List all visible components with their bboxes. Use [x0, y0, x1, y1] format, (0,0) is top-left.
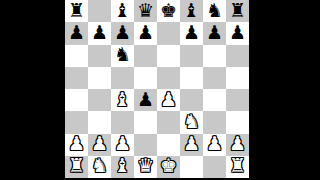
square-h1[interactable]: ♜	[226, 156, 249, 178]
piece-black-queen[interactable]: ♛	[137, 1, 154, 20]
piece-white-king[interactable]: ♚	[160, 156, 177, 175]
square-b4[interactable]	[88, 89, 111, 111]
square-c5[interactable]	[111, 67, 134, 89]
square-f2[interactable]: ♟	[180, 134, 203, 156]
square-d3[interactable]	[134, 111, 157, 133]
square-a5[interactable]	[65, 67, 88, 89]
piece-black-pawn[interactable]: ♟	[137, 23, 154, 42]
piece-black-pawn[interactable]: ♟	[114, 23, 131, 42]
square-c6[interactable]: ♞	[111, 45, 134, 67]
square-b8[interactable]	[88, 0, 111, 22]
square-h8[interactable]: ♜	[226, 0, 249, 22]
square-g2[interactable]: ♟	[203, 134, 226, 156]
chess-board: ♜♝♛♚♝♞♜♟♟♟♟♟♟♟♞♝♟♟♞♟♟♟♟♟♟♜♞♝♛♚♜	[65, 0, 249, 178]
square-f1[interactable]	[180, 156, 203, 178]
square-e5[interactable]	[157, 67, 180, 89]
square-d2[interactable]	[134, 134, 157, 156]
square-f5[interactable]	[180, 67, 203, 89]
square-f3[interactable]: ♞	[180, 111, 203, 133]
square-a6[interactable]	[65, 45, 88, 67]
square-g7[interactable]: ♟	[203, 22, 226, 44]
piece-white-pawn[interactable]: ♟	[68, 134, 85, 153]
canvas-background: ♜♝♛♚♝♞♜♟♟♟♟♟♟♟♞♝♟♟♞♟♟♟♟♟♟♜♞♝♛♚♜	[0, 0, 320, 180]
piece-white-queen[interactable]: ♛	[137, 156, 154, 175]
piece-black-pawn[interactable]: ♟	[206, 23, 223, 42]
piece-white-rook[interactable]: ♜	[68, 156, 85, 175]
square-f6[interactable]	[180, 45, 203, 67]
square-g4[interactable]	[203, 89, 226, 111]
piece-white-pawn[interactable]: ♟	[160, 90, 177, 109]
square-f8[interactable]: ♝	[180, 0, 203, 22]
piece-black-pawn[interactable]: ♟	[91, 23, 108, 42]
square-h6[interactable]	[226, 45, 249, 67]
square-a1[interactable]: ♜	[65, 156, 88, 178]
square-f7[interactable]: ♟	[180, 22, 203, 44]
square-h3[interactable]	[226, 111, 249, 133]
square-e6[interactable]	[157, 45, 180, 67]
square-a2[interactable]: ♟	[65, 134, 88, 156]
square-d6[interactable]	[134, 45, 157, 67]
square-f4[interactable]	[180, 89, 203, 111]
square-g1[interactable]	[203, 156, 226, 178]
square-g3[interactable]	[203, 111, 226, 133]
piece-black-pawn[interactable]: ♟	[68, 23, 85, 42]
square-c7[interactable]: ♟	[111, 22, 134, 44]
square-e2[interactable]	[157, 134, 180, 156]
square-e4[interactable]: ♟	[157, 89, 180, 111]
piece-white-pawn[interactable]: ♟	[229, 134, 246, 153]
square-d8[interactable]: ♛	[134, 0, 157, 22]
piece-black-knight[interactable]: ♞	[114, 45, 131, 64]
piece-white-bishop[interactable]: ♝	[114, 156, 131, 175]
square-a4[interactable]	[65, 89, 88, 111]
square-d7[interactable]: ♟	[134, 22, 157, 44]
square-a7[interactable]: ♟	[65, 22, 88, 44]
piece-black-knight[interactable]: ♞	[206, 1, 223, 20]
square-b5[interactable]	[88, 67, 111, 89]
piece-white-knight[interactable]: ♞	[91, 156, 108, 175]
square-b1[interactable]: ♞	[88, 156, 111, 178]
square-e7[interactable]	[157, 22, 180, 44]
piece-white-bishop[interactable]: ♝	[114, 90, 131, 109]
piece-black-pawn[interactable]: ♟	[137, 90, 154, 109]
piece-white-pawn[interactable]: ♟	[114, 134, 131, 153]
square-g5[interactable]	[203, 67, 226, 89]
piece-black-pawn[interactable]: ♟	[229, 23, 246, 42]
square-h5[interactable]	[226, 67, 249, 89]
square-e3[interactable]	[157, 111, 180, 133]
square-c4[interactable]: ♝	[111, 89, 134, 111]
square-d1[interactable]: ♛	[134, 156, 157, 178]
square-d5[interactable]	[134, 67, 157, 89]
square-g6[interactable]	[203, 45, 226, 67]
square-h2[interactable]: ♟	[226, 134, 249, 156]
piece-black-king[interactable]: ♚	[160, 1, 177, 20]
square-d4[interactable]: ♟	[134, 89, 157, 111]
piece-white-knight[interactable]: ♞	[183, 112, 200, 131]
piece-white-pawn[interactable]: ♟	[206, 134, 223, 153]
square-c3[interactable]	[111, 111, 134, 133]
square-b2[interactable]: ♟	[88, 134, 111, 156]
piece-black-bishop[interactable]: ♝	[183, 1, 200, 20]
square-b3[interactable]	[88, 111, 111, 133]
piece-black-rook[interactable]: ♜	[229, 1, 246, 20]
square-h4[interactable]	[226, 89, 249, 111]
piece-black-pawn[interactable]: ♟	[183, 23, 200, 42]
square-h7[interactable]: ♟	[226, 22, 249, 44]
piece-black-bishop[interactable]: ♝	[114, 1, 131, 20]
square-e1[interactable]: ♚	[157, 156, 180, 178]
square-g8[interactable]: ♞	[203, 0, 226, 22]
piece-white-rook[interactable]: ♜	[229, 156, 246, 175]
square-c2[interactable]: ♟	[111, 134, 134, 156]
square-c8[interactable]: ♝	[111, 0, 134, 22]
piece-white-pawn[interactable]: ♟	[91, 134, 108, 153]
square-c1[interactable]: ♝	[111, 156, 134, 178]
square-a3[interactable]	[65, 111, 88, 133]
square-b7[interactable]: ♟	[88, 22, 111, 44]
piece-black-rook[interactable]: ♜	[68, 1, 85, 20]
square-a8[interactable]: ♜	[65, 0, 88, 22]
square-b6[interactable]	[88, 45, 111, 67]
piece-white-pawn[interactable]: ♟	[183, 134, 200, 153]
square-e8[interactable]: ♚	[157, 0, 180, 22]
